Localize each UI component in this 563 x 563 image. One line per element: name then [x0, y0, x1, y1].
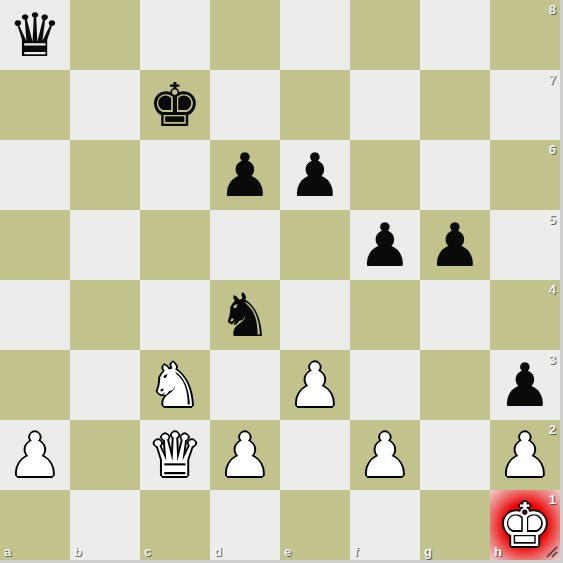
square-b7[interactable]	[70, 70, 140, 140]
rank-label-2: 2	[549, 422, 556, 437]
square-c7[interactable]: ♚	[140, 70, 210, 140]
rank-label-5: 5	[549, 212, 556, 227]
square-a8[interactable]: ♛	[0, 0, 70, 70]
piece-white-queen[interactable]: ♛	[140, 420, 210, 490]
rank-label-7: 7	[549, 72, 556, 87]
square-e5[interactable]	[280, 210, 350, 280]
square-b1[interactable]: b	[70, 490, 140, 560]
rank-label-4: 4	[549, 282, 556, 297]
square-e2[interactable]	[280, 420, 350, 490]
square-c2[interactable]: ♛	[140, 420, 210, 490]
file-label-f: f	[354, 544, 358, 559]
square-e8[interactable]	[280, 0, 350, 70]
square-h4[interactable]: 4	[490, 280, 560, 350]
square-e1[interactable]: e	[280, 490, 350, 560]
square-f3[interactable]	[350, 350, 420, 420]
square-d8[interactable]	[210, 0, 280, 70]
square-g4[interactable]	[420, 280, 490, 350]
piece-black-king[interactable]: ♚	[140, 70, 210, 140]
square-g3[interactable]	[420, 350, 490, 420]
square-b8[interactable]	[70, 0, 140, 70]
chess-board: ♛8♚7♟♟6♟♟5♞4♞♟♟3♟♛♟♟♟2abcdefg♚1h	[0, 0, 560, 560]
piece-white-pawn[interactable]: ♟	[210, 420, 280, 490]
square-h3[interactable]: ♟3	[490, 350, 560, 420]
piece-black-knight[interactable]: ♞	[210, 280, 280, 350]
square-h2[interactable]: ♟2	[490, 420, 560, 490]
square-b3[interactable]	[70, 350, 140, 420]
square-d6[interactable]: ♟	[210, 140, 280, 210]
square-a5[interactable]	[0, 210, 70, 280]
square-h5[interactable]: 5	[490, 210, 560, 280]
resize-handle-icon[interactable]	[545, 545, 558, 558]
square-c4[interactable]	[140, 280, 210, 350]
square-f7[interactable]	[350, 70, 420, 140]
square-d1[interactable]: d	[210, 490, 280, 560]
square-c1[interactable]: c	[140, 490, 210, 560]
piece-black-pawn[interactable]: ♟	[210, 140, 280, 210]
square-g6[interactable]	[420, 140, 490, 210]
square-d2[interactable]: ♟	[210, 420, 280, 490]
rank-label-1: 1	[549, 492, 556, 507]
square-f6[interactable]	[350, 140, 420, 210]
square-g5[interactable]: ♟	[420, 210, 490, 280]
square-a6[interactable]	[0, 140, 70, 210]
square-h8[interactable]: 8	[490, 0, 560, 70]
piece-white-pawn[interactable]: ♟	[0, 420, 70, 490]
square-a1[interactable]: a	[0, 490, 70, 560]
square-c8[interactable]	[140, 0, 210, 70]
piece-black-pawn[interactable]: ♟	[280, 140, 350, 210]
square-g7[interactable]	[420, 70, 490, 140]
square-a4[interactable]	[0, 280, 70, 350]
square-f5[interactable]: ♟	[350, 210, 420, 280]
piece-black-pawn[interactable]: ♟	[420, 210, 490, 280]
square-f4[interactable]	[350, 280, 420, 350]
square-d5[interactable]	[210, 210, 280, 280]
square-b2[interactable]	[70, 420, 140, 490]
square-c5[interactable]	[140, 210, 210, 280]
square-g8[interactable]	[420, 0, 490, 70]
piece-black-pawn[interactable]: ♟	[350, 210, 420, 280]
square-c6[interactable]	[140, 140, 210, 210]
square-b5[interactable]	[70, 210, 140, 280]
file-label-a: a	[4, 544, 11, 559]
piece-white-pawn[interactable]: ♟	[350, 420, 420, 490]
square-e6[interactable]: ♟	[280, 140, 350, 210]
square-d3[interactable]	[210, 350, 280, 420]
square-f2[interactable]: ♟	[350, 420, 420, 490]
square-h7[interactable]: 7	[490, 70, 560, 140]
file-label-d: d	[214, 544, 222, 559]
square-a2[interactable]: ♟	[0, 420, 70, 490]
square-d4[interactable]: ♞	[210, 280, 280, 350]
file-label-g: g	[424, 544, 432, 559]
square-e4[interactable]	[280, 280, 350, 350]
square-f1[interactable]: f	[350, 490, 420, 560]
file-label-c: c	[144, 544, 151, 559]
file-label-h: h	[494, 544, 502, 559]
square-g2[interactable]	[420, 420, 490, 490]
square-d7[interactable]	[210, 70, 280, 140]
piece-white-knight[interactable]: ♞	[140, 350, 210, 420]
rank-label-8: 8	[549, 2, 556, 17]
square-a3[interactable]	[0, 350, 70, 420]
file-label-e: e	[284, 544, 291, 559]
rank-label-6: 6	[549, 142, 556, 157]
file-label-b: b	[74, 544, 82, 559]
chess-board-frame: ♛8♚7♟♟6♟♟5♞4♞♟♟3♟♛♟♟♟2abcdefg♚1h	[0, 0, 563, 563]
square-e7[interactable]	[280, 70, 350, 140]
square-c3[interactable]: ♞	[140, 350, 210, 420]
square-a7[interactable]	[0, 70, 70, 140]
square-b6[interactable]	[70, 140, 140, 210]
piece-black-queen[interactable]: ♛	[0, 0, 70, 70]
square-h6[interactable]: 6	[490, 140, 560, 210]
square-g1[interactable]: g	[420, 490, 490, 560]
piece-white-pawn[interactable]: ♟	[280, 350, 350, 420]
square-f8[interactable]	[350, 0, 420, 70]
square-b4[interactable]	[70, 280, 140, 350]
square-e3[interactable]: ♟	[280, 350, 350, 420]
rank-label-3: 3	[549, 352, 556, 367]
